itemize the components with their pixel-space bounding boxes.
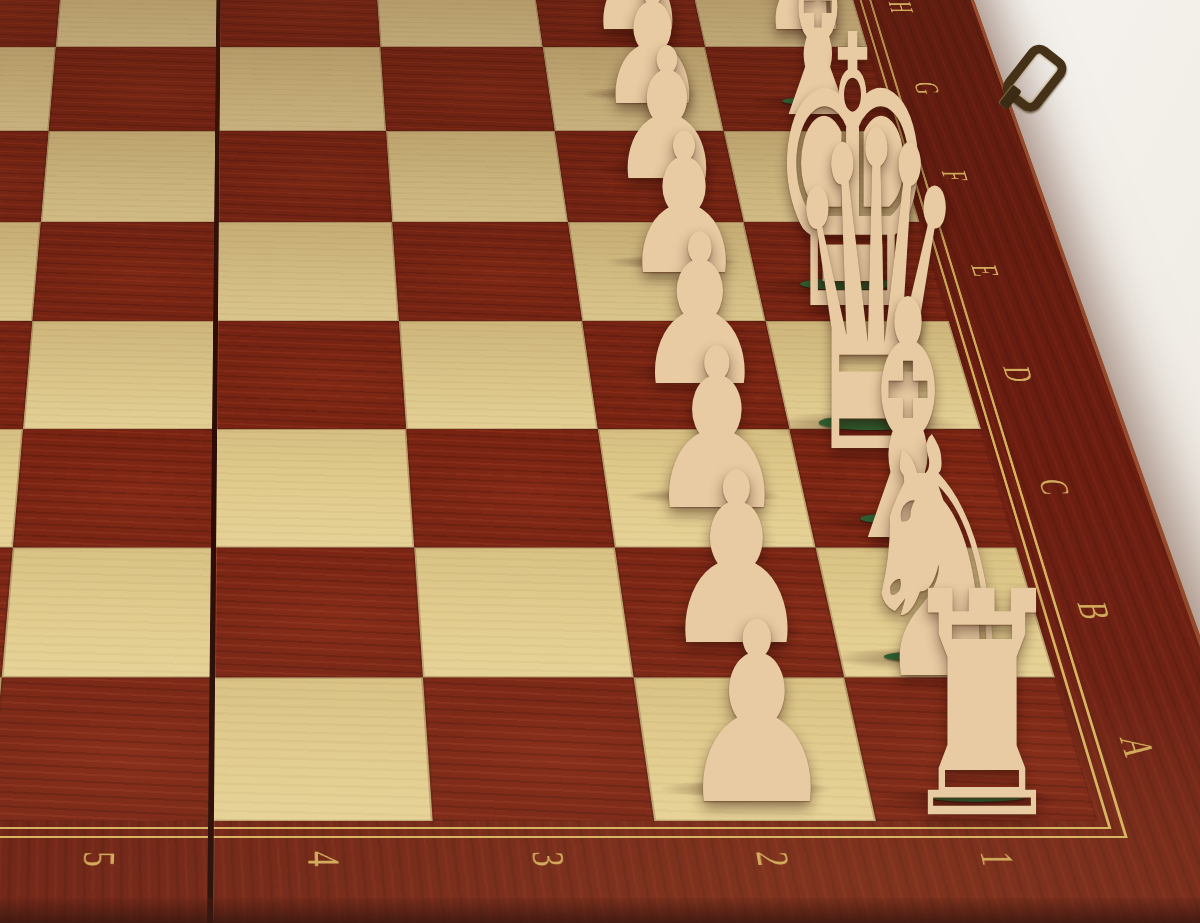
white-rook-a1[interactable]: ♜ <box>886 552 1078 862</box>
square-f4[interactable] <box>216 131 392 222</box>
white-pawn-a2[interactable]: ♟ <box>667 590 847 840</box>
square-h4[interactable] <box>218 0 380 47</box>
rank-label-5: 5 <box>74 843 122 875</box>
square-b5[interactable] <box>2 547 214 677</box>
square-g3[interactable] <box>380 47 554 131</box>
square-h5[interactable] <box>56 0 219 47</box>
square-b3[interactable] <box>414 547 633 677</box>
square-a5[interactable] <box>0 677 212 821</box>
square-a4[interactable] <box>211 677 433 821</box>
square-e3[interactable] <box>392 222 582 321</box>
square-h3[interactable] <box>375 0 543 47</box>
square-e5[interactable] <box>32 222 216 321</box>
rank-label-4: 4 <box>299 843 347 875</box>
square-d3[interactable] <box>399 321 598 429</box>
square-c3[interactable] <box>406 429 615 547</box>
square-g5[interactable] <box>49 47 219 131</box>
square-d5[interactable] <box>23 321 216 429</box>
square-g6[interactable] <box>0 47 56 131</box>
square-f5[interactable] <box>41 131 218 222</box>
square-f3[interactable] <box>386 131 568 222</box>
square-c4[interactable] <box>214 429 415 547</box>
rank-label-3: 3 <box>522 843 572 875</box>
square-c5[interactable] <box>13 429 215 547</box>
chessboard-photo-scene: ABCDEFGH12345678 ♜♞♝♛♚♝♞♜♟♟♟♟♟♟♟♟ <box>0 0 1200 923</box>
square-a3[interactable] <box>423 677 654 821</box>
board-side-edge <box>0 898 1200 923</box>
square-d4[interactable] <box>215 321 407 429</box>
square-g4[interactable] <box>217 47 386 131</box>
file-label-a: A <box>1110 732 1165 762</box>
square-e4[interactable] <box>216 222 399 321</box>
square-b4[interactable] <box>212 547 423 677</box>
square-h6[interactable] <box>0 0 62 47</box>
